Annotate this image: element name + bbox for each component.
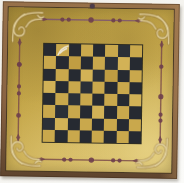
square-r5c2[interactable] <box>55 93 67 105</box>
square-r3c3[interactable] <box>68 69 80 81</box>
photo-background <box>0 0 184 183</box>
square-r5c7[interactable] <box>116 94 128 106</box>
square-r8c7[interactable] <box>116 131 128 143</box>
square-r2c3[interactable] <box>68 56 80 68</box>
square-r6c4[interactable] <box>79 106 91 118</box>
square-r8c1[interactable] <box>42 130 54 142</box>
border-line-bottom <box>37 157 140 163</box>
square-r7c4[interactable] <box>79 118 91 130</box>
square-r3c5[interactable] <box>92 69 104 81</box>
square-r2c4[interactable] <box>80 57 92 69</box>
square-r6c2[interactable] <box>55 105 67 117</box>
square-r7c6[interactable] <box>104 118 116 130</box>
square-r7c8[interactable] <box>128 119 140 131</box>
square-r6c7[interactable] <box>116 106 128 118</box>
corner-scroll-top-right <box>138 14 169 44</box>
square-r3c8[interactable] <box>129 70 141 82</box>
corner-scroll-top-left <box>12 12 43 42</box>
square-r1c4[interactable] <box>80 44 92 56</box>
square-r2c1[interactable] <box>43 56 55 68</box>
square-r4c2[interactable] <box>55 81 67 93</box>
square-r4c8[interactable] <box>129 82 141 94</box>
square-r3c6[interactable] <box>104 69 116 81</box>
square-r8c3[interactable] <box>67 130 79 142</box>
square-r1c5[interactable] <box>92 45 104 57</box>
square-r8c5[interactable] <box>91 130 103 142</box>
square-r4c3[interactable] <box>67 81 79 93</box>
square-r5c3[interactable] <box>67 93 79 105</box>
game-board <box>0 1 179 179</box>
border-line-top <box>39 17 142 23</box>
square-r1c2[interactable] <box>56 44 68 56</box>
square-r3c7[interactable] <box>117 69 129 81</box>
square-r8c4[interactable] <box>79 130 91 142</box>
border-line-right <box>158 41 164 144</box>
square-r3c4[interactable] <box>80 69 92 81</box>
square-r6c5[interactable] <box>92 106 104 118</box>
square-r5c5[interactable] <box>92 94 104 106</box>
painted-field <box>6 7 174 173</box>
square-r4c6[interactable] <box>104 82 116 94</box>
nail-head <box>89 3 94 8</box>
square-r4c5[interactable] <box>92 81 104 93</box>
square-r1c6[interactable] <box>105 45 117 57</box>
square-r5c6[interactable] <box>104 94 116 106</box>
square-r2c6[interactable] <box>105 57 117 69</box>
corner-scroll-bottom-left <box>10 136 41 166</box>
square-r8c6[interactable] <box>103 131 115 143</box>
square-r1c3[interactable] <box>68 44 80 56</box>
border-line-left <box>16 38 22 141</box>
square-r7c7[interactable] <box>116 118 128 130</box>
square-r7c1[interactable] <box>42 117 54 129</box>
square-r8c2[interactable] <box>54 130 66 142</box>
square-r6c1[interactable] <box>43 105 55 117</box>
square-r7c2[interactable] <box>55 118 67 130</box>
square-r5c8[interactable] <box>128 94 140 106</box>
bead-clusters-right <box>157 64 163 122</box>
square-r7c3[interactable] <box>67 118 79 130</box>
square-r1c1[interactable] <box>43 44 55 56</box>
square-r2c5[interactable] <box>92 57 104 69</box>
square-r2c8[interactable] <box>129 57 141 69</box>
square-r2c2[interactable] <box>56 56 68 68</box>
square-r5c4[interactable] <box>79 93 91 105</box>
square-r1c8[interactable] <box>129 45 141 57</box>
square-r4c7[interactable] <box>116 82 128 94</box>
square-r5c1[interactable] <box>43 93 55 105</box>
square-r1c7[interactable] <box>117 45 129 57</box>
square-r4c4[interactable] <box>80 81 92 93</box>
square-r3c1[interactable] <box>43 68 55 80</box>
bead-clusters-left <box>6 62 21 93</box>
square-r7c5[interactable] <box>91 118 103 130</box>
checkerboard <box>41 43 143 145</box>
square-r3c2[interactable] <box>55 69 67 81</box>
bead-clusters-bottom <box>62 157 122 163</box>
square-r8c8[interactable] <box>128 131 140 143</box>
bead-clusters-top <box>60 17 122 23</box>
square-r6c6[interactable] <box>104 106 116 118</box>
square-r4c1[interactable] <box>43 81 55 93</box>
square-r6c8[interactable] <box>128 106 140 118</box>
square-r2c7[interactable] <box>117 57 129 69</box>
square-r6c3[interactable] <box>67 105 79 117</box>
bead-clusters-left2 <box>16 62 22 118</box>
